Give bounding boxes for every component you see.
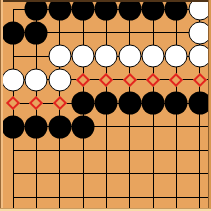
black-stone (25, 115, 48, 138)
board-frame-right (208, 0, 211, 211)
black-stone (72, 92, 95, 115)
board-frame-left (0, 0, 3, 211)
black-stone (118, 0, 141, 21)
black-stone (142, 92, 165, 115)
black-stone (25, 0, 48, 21)
red-diamond-marker (193, 72, 207, 86)
red-diamond-marker (29, 96, 43, 110)
black-stone (165, 92, 188, 115)
black-stone (2, 115, 25, 138)
black-stone (72, 0, 95, 21)
red-diamond-marker (53, 96, 67, 110)
black-stone (72, 115, 95, 138)
red-diamond-marker (123, 72, 137, 86)
black-stone (95, 0, 118, 21)
white-stone (118, 45, 141, 68)
black-stone (48, 115, 71, 138)
black-stone (48, 0, 71, 21)
black-stone (25, 21, 48, 44)
white-stone (142, 45, 165, 68)
grid-line-horizontal (13, 173, 209, 174)
red-diamond-marker (6, 96, 20, 110)
black-stone (118, 92, 141, 115)
black-stone (2, 21, 25, 44)
grid-line-horizontal (13, 150, 209, 151)
white-stone (25, 68, 48, 91)
go-board (0, 0, 211, 211)
white-stone (95, 45, 118, 68)
red-diamond-marker (76, 72, 90, 86)
white-stone (165, 45, 188, 68)
red-diamond-marker (146, 72, 160, 86)
red-diamond-marker (99, 72, 113, 86)
board-frame-bottom (0, 208, 211, 211)
white-stone (72, 45, 95, 68)
grid-line-horizontal (13, 197, 209, 198)
red-diamond-marker (169, 72, 183, 86)
board-frame-top (0, 0, 211, 2)
black-stone (142, 0, 165, 21)
black-stone (165, 0, 188, 21)
black-stone (95, 92, 118, 115)
white-stone (2, 68, 25, 91)
white-stone (48, 45, 71, 68)
white-stone (48, 68, 71, 91)
